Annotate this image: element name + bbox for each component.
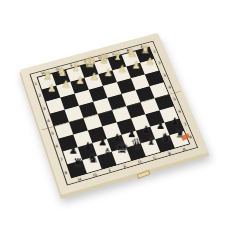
piece-black-pawn-h7[interactable]: ♟ [64,145,83,157]
piece-white-pawn-h2[interactable]: ♟ [43,83,61,95]
piece-white-rook-h1[interactable]: ♜ [39,71,57,83]
pieces-layer: ♜♞♝♚♛♝♞♜♟♟♟♟♟♟♟♟♟♟♟♟♟♟♟♟♜♞♝♚♛♝♞♜ [20,33,209,195]
product-photo-stage: HGFEDCBA HGFEDCBA 12345678 12345678 ♜♞♝♚… [0,0,228,228]
piece-black-rook-h8[interactable]: ♜ [68,158,87,170]
chess-board: HGFEDCBA HGFEDCBA 12345678 12345678 ♜♞♝♚… [20,33,209,195]
